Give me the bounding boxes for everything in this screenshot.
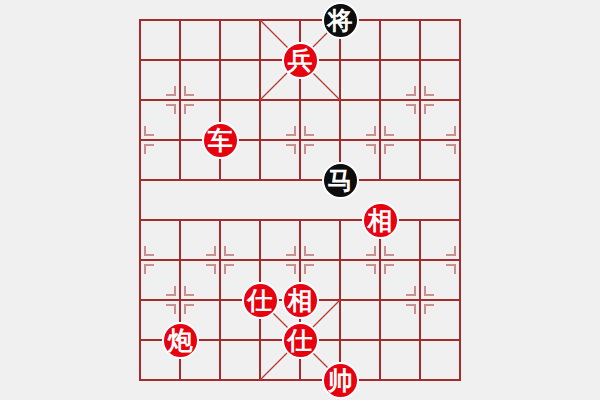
piece-red-elephant[interactable]: 相 <box>362 202 399 239</box>
pieces-layer: 将兵车马相仕相仕炮帅 <box>120 0 480 400</box>
piece-black-general[interactable]: 将 <box>322 2 359 39</box>
piece-red-cannon[interactable]: 炮 <box>162 322 199 359</box>
piece-black-horse[interactable]: 马 <box>322 162 359 199</box>
xiangqi-board: 将兵车马相仕相仕炮帅 <box>0 0 600 400</box>
piece-red-elephant[interactable]: 相 <box>282 282 319 319</box>
piece-red-chariot[interactable]: 车 <box>202 122 239 159</box>
piece-red-soldier[interactable]: 兵 <box>282 42 319 79</box>
piece-red-advisor[interactable]: 仕 <box>282 322 319 359</box>
piece-red-advisor[interactable]: 仕 <box>242 282 279 319</box>
piece-red-general[interactable]: 帅 <box>322 362 359 399</box>
